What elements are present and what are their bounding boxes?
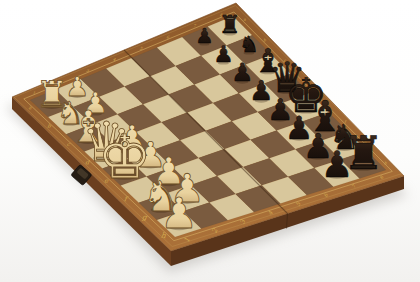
product-photo: a11ab22bc33cd44de55ef66fg77gh88h ♜♟♞♟♝♟♛… xyxy=(0,0,420,282)
piece-black-pawn-a7[interactable]: ♟ xyxy=(195,24,213,48)
piece-white-pawn-h1[interactable]: ♟ xyxy=(160,189,198,238)
piece-black-pawn-h7[interactable]: ♟ xyxy=(321,143,354,186)
chess-board: a11ab22bc33cd44de55ef66fg77gh88h ♜♟♞♟♝♟♛… xyxy=(0,0,420,282)
piece-black-rook-a8[interactable]: ♜ xyxy=(219,10,241,39)
